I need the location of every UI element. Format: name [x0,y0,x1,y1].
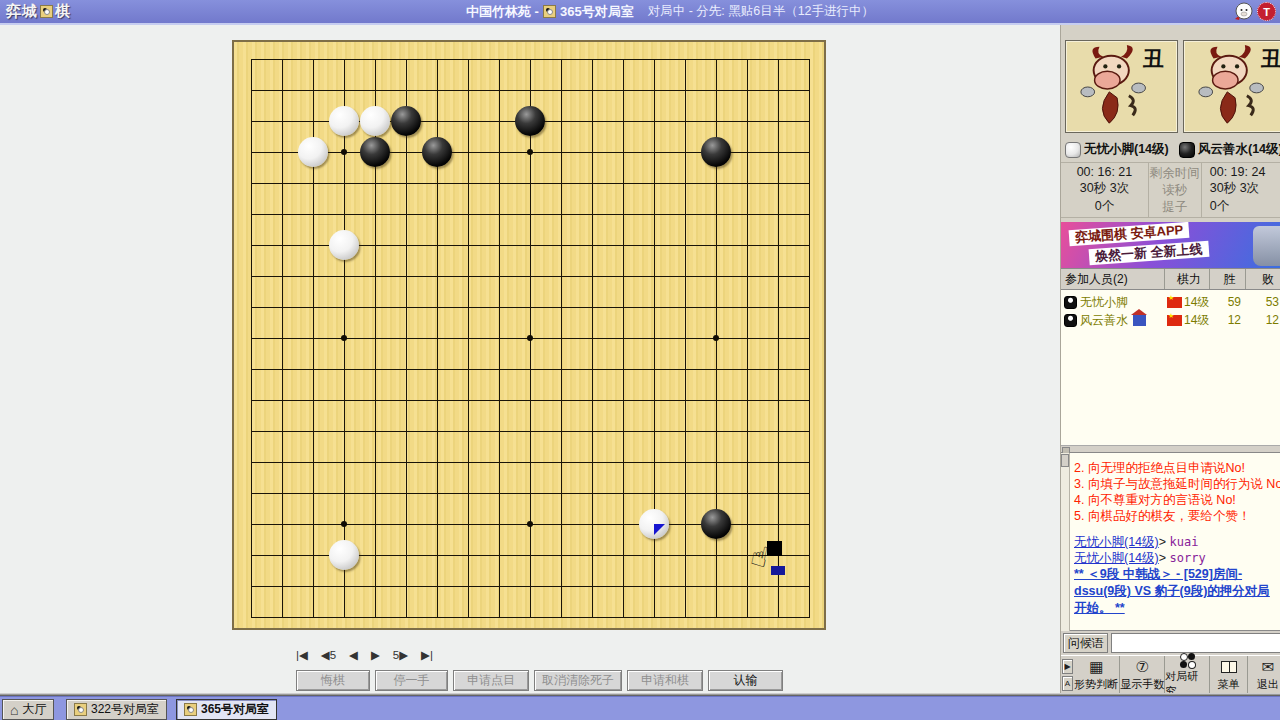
stones-icon [1179,652,1195,668]
chat-message-text: kuai [1170,535,1199,549]
taskbar: ⌂ 大厅 322号对局室 365号对局室 呼叫网管 短信 [0,696,1280,720]
resign-button[interactable]: 认输 [708,670,783,691]
chat-rule-line: 2. 向无理的拒绝点目申请说No! [1074,460,1280,476]
envelope-icon: ✉ [1261,659,1274,676]
white-stone [329,230,359,260]
black-player: 风云善水(14级) [1179,141,1280,158]
room-title: 中国竹林苑 - 365号对局室 [466,3,634,21]
participant-wins: 12 [1210,313,1246,327]
chat-user-link[interactable]: 无忧小脚(14级) [1074,551,1159,565]
robot-arm-image [1253,226,1280,266]
request-count-button[interactable]: 申请点目 [453,670,529,691]
tab-room-365[interactable]: 365号对局室 [176,699,277,720]
house-icon [1133,315,1146,326]
black-clock: 00: 19: 24 [1210,165,1266,179]
white-stone [360,106,390,136]
white-byoyomi: 30秒 3次 [1080,180,1129,197]
black-stone [701,509,731,539]
game-control-buttons: 悔棋 停一手 申请点目 取消清除死子 申请和棋 认输 [296,670,783,691]
ad-line-2: 焕然一新 全新上线 [1089,241,1209,265]
exit-button[interactable]: ✉ 退出 [1248,656,1280,693]
participant-row[interactable]: 无忧小脚 14级 59 53 [1061,293,1280,311]
panel-splitter[interactable] [1061,445,1280,453]
black-byoyomi: 30秒 3次 [1210,180,1259,197]
board-grid[interactable] [251,59,810,618]
participant-row[interactable]: 风云善水 14级 12 12 [1061,311,1280,329]
white-player: 无忧小脚(14级) [1065,141,1179,158]
cancel-remove-dead-button[interactable]: 取消清除死子 [534,670,622,691]
logo-text-left: 弈城 [6,2,38,21]
white-stone [329,540,359,570]
right-panel: 丑 丑 [1060,25,1280,693]
zodiac-char: 丑 [1261,46,1280,71]
game-status: 对局中 - 分先: 黑贴6目半（12手进行中） [648,3,874,20]
go-board-icon [184,703,197,716]
black-player-name: 风云善水(14级) [1198,141,1280,158]
white-clock: 00: 16: 21 [1077,165,1133,179]
greeting-row: 问候语 [1061,631,1280,655]
star-point [527,149,533,155]
star-point [341,149,347,155]
star-point [341,521,347,527]
chat-user-link[interactable]: 无忧小脚(14级) [1074,535,1159,549]
participant-name: 无忧小脚 [1080,294,1128,311]
greeting-button[interactable]: 问候语 [1063,633,1108,653]
timer-labels: 剩余时间 读秒 提子 [1149,163,1202,217]
score-estimate-button[interactable]: ▦ 形势判断 [1074,656,1120,693]
participant-rank: 14级 [1184,294,1209,311]
mascot-icon [1232,1,1254,22]
black-stone [515,106,545,136]
china-flag-icon [1167,315,1182,326]
participant-rank: 14级 [1184,312,1209,329]
cursor-cuff [771,566,785,575]
col-wins: 胜 [1210,269,1246,289]
game-study-button[interactable]: 对局研究 [1165,656,1209,693]
chat-rule-line: 4. 向不尊重对方的言语说 No! [1074,492,1280,508]
chat-messages: 2. 向无理的拒绝点目申请说No! 3. 向填子与故意拖延时间的行为说 No! … [1074,460,1280,617]
font-button[interactable]: A [1062,676,1073,691]
white-stone [298,137,328,167]
chat-area: 2. 向无理的拒绝点目申请说No! 3. 向填子与故意拖延时间的行为说 No! … [1061,453,1280,631]
participants-list: 无忧小脚 14级 59 53 风云善水 14级 1 [1061,290,1280,445]
window-title: 中国竹林苑 - 365号对局室 对局中 - 分先: 黑贴6目半（12手进行中） [466,0,874,23]
go-board-icon [74,703,87,716]
panel-toolbar: ▶ A ▦ 形势判断 ⑦ 显示手数 对局研究 菜单 ✉ 退出 [1061,655,1280,693]
black-captures: 0个 [1210,198,1229,215]
show-move-numbers-button[interactable]: ⑦ 显示手数 [1120,656,1165,693]
white-player-avatar: 丑 [1065,40,1178,133]
chat-input[interactable] [1111,633,1280,653]
white-timer: 00: 16: 21 30秒 3次 0个 [1061,163,1149,217]
last-move-marker [654,524,665,535]
star-point [527,521,533,527]
participant-name: 风云善水 [1080,312,1128,329]
tygem-badge-icon: T [1257,2,1276,21]
participant-losses: 53 [1246,295,1280,309]
chat-scrollbar[interactable] [1061,453,1070,631]
pass-button[interactable]: 停一手 [375,670,448,691]
server-name: 中国竹林苑 - [466,3,539,21]
member-class-icon [1064,296,1077,309]
black-timer: 00: 19: 24 30秒 3次 0个 [1202,163,1280,217]
participant-losses: 12 [1246,313,1280,327]
chat-scrollbar-thumb[interactable] [1061,454,1069,467]
chat-message: 无忧小脚(14级)> sorry [1074,550,1280,566]
white-captures: 0个 [1095,198,1114,215]
server-announcement: dssu(9段) VS 豹子(9段)的押分对局 [1074,583,1280,600]
zodiac-char: 丑 [1143,46,1165,71]
black-player-avatar: 丑 [1183,40,1280,133]
white-stone [329,106,359,136]
nav-forward5-button[interactable]: 5▶ [393,648,408,662]
black-stone-icon [1179,142,1195,158]
room-name: 365号对局室 [560,3,634,21]
book-icon [1221,661,1237,673]
menu-button[interactable]: 菜单 [1210,656,1249,693]
lobby-icon: ⌂ [10,705,18,715]
chat-message: 无忧小脚(14级)> kuai [1074,534,1280,550]
server-announcement: ** ＜9段 中韩战＞ - [529]房间- [1074,566,1280,583]
black-stone [701,137,731,167]
col-participants: 参加人员(2) [1061,269,1165,289]
participant-wins: 59 [1210,295,1246,309]
member-class-icon [1064,314,1077,327]
participants-header: 参加人员(2) 棋力 胜 败 [1061,268,1280,290]
label-captures: 提子 [1162,199,1187,216]
nav-back-button[interactable]: ◀ [349,648,358,662]
chat-message-text: sorry [1170,551,1206,565]
china-flag-icon [1167,297,1182,308]
chat-rule-line: 5. 向棋品好的棋友，要给个赞！ [1074,508,1280,524]
tab-lobby[interactable]: ⌂ 大厅 [2,699,54,720]
app-logo: 弈城 棋 [6,2,71,21]
tab-room-322[interactable]: 322号对局室 [66,699,167,720]
col-strength: 棋力 [1165,269,1210,289]
nav-back5-button[interactable]: ◀5 [321,648,336,662]
white-stone-icon [1065,142,1081,158]
go-board-icon [543,5,556,18]
label-remaining-time: 剩余时间 [1150,165,1200,182]
go-board-icon [40,5,53,18]
title-bar: 弈城 棋 中国竹林苑 - 365号对局室 对局中 - 分先: 黑贴6目半（12手… [0,0,1280,23]
circled-number-icon: ⑦ [1135,659,1148,676]
star-point [341,335,347,341]
black-stone [391,106,421,136]
expand-button[interactable]: ▶ [1062,659,1073,674]
offer-draw-button[interactable]: 申请和棋 [627,670,703,691]
star-point [713,335,719,341]
nav-first-button[interactable]: |◀ [296,648,308,662]
white-stone [639,509,669,539]
app-ad-banner[interactable]: 弈城围棋 安卓APP 焕然一新 全新上线 [1061,222,1280,268]
label-byoyomi: 读秒 [1162,182,1187,199]
titlebar-icons: T [1232,1,1276,22]
nav-forward-button[interactable]: ▶ [371,648,380,662]
chat-rule-line: 3. 向填子与故意拖延时间的行为说 No! [1074,476,1280,492]
timers: 00: 16: 21 30秒 3次 0个 剩余时间 读秒 提子 00: 19: … [1061,162,1280,218]
star-point [527,335,533,341]
col-losses: 败 [1246,269,1280,289]
black-stone [360,137,390,167]
logo-text-right: 棋 [55,2,71,21]
grid-icon: ▦ [1089,659,1103,676]
player-names-row: 无忧小脚(14级) 风云善水(14级) [1061,139,1280,160]
nav-last-button[interactable]: ▶| [421,648,433,662]
move-navigation: |◀ ◀5 ◀ ▶ 5▶ ▶| [296,648,433,662]
go-board[interactable] [232,40,826,630]
undo-button[interactable]: 悔棋 [296,670,370,691]
white-player-name: 无忧小脚(14级) [1084,141,1169,158]
go-client-window: 弈城 棋 中国竹林苑 - 365号对局室 对局中 - 分先: 黑贴6目半（12手… [0,0,1280,720]
server-announcement: 开始。 ** [1074,600,1280,617]
black-stone [422,137,452,167]
